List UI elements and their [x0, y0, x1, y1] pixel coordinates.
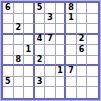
cell-r7c2-empty[interactable]: [14, 66, 25, 77]
cell-r5c9-empty[interactable]: [87, 45, 98, 56]
cell-r1c8-empty[interactable]: [77, 3, 88, 14]
cell-r9c6-empty[interactable]: [56, 87, 67, 98]
cell-r9c1-empty[interactable]: [3, 87, 14, 98]
cell-r2c7-given: 1: [66, 14, 77, 25]
cell-r8c5-empty[interactable]: [45, 77, 56, 88]
cell-r3c2-given: 2: [14, 24, 25, 35]
cell-r9c7-empty[interactable]: [66, 87, 77, 98]
cell-r3c4-empty[interactable]: [35, 24, 46, 35]
cell-r2c3-empty[interactable]: [24, 14, 35, 25]
cell-r3c5-empty[interactable]: [45, 24, 56, 35]
sudoku-board: 65831247216821753: [0, 0, 101, 101]
cell-r6c4-given: 2: [35, 56, 46, 67]
cell-r3c7-empty[interactable]: [66, 24, 77, 35]
cell-r4c9-empty[interactable]: [87, 35, 98, 46]
cell-r3c3-empty[interactable]: [24, 24, 35, 35]
cell-r5c6-empty[interactable]: [56, 45, 67, 56]
cell-r2c1-empty[interactable]: [3, 14, 14, 25]
cell-r6c5-empty[interactable]: [45, 56, 56, 67]
cell-r5c3-given: 1: [24, 45, 35, 56]
cell-r8c4-given: 3: [35, 77, 46, 88]
cell-r7c8-empty[interactable]: [77, 66, 88, 77]
cell-r5c8-given: 6: [77, 45, 88, 56]
cell-r8c1-given: 5: [3, 77, 14, 88]
cell-r2c8-empty[interactable]: [77, 14, 88, 25]
cell-r2c6-empty[interactable]: [56, 14, 67, 25]
cell-r4c8-given: 2: [77, 35, 88, 46]
cell-r6c1-empty[interactable]: [3, 56, 14, 67]
cell-r6c7-empty[interactable]: [66, 56, 77, 67]
cell-r7c6-given: 1: [56, 66, 67, 77]
cell-r9c3-empty[interactable]: [24, 87, 35, 98]
cell-r8c8-empty[interactable]: [77, 77, 88, 88]
cell-r6c9-empty[interactable]: [87, 56, 98, 67]
cell-r9c5-empty[interactable]: [45, 87, 56, 98]
cell-r4c3-empty[interactable]: [24, 35, 35, 46]
cell-r9c9-empty[interactable]: [87, 87, 98, 98]
cell-r8c7-empty[interactable]: [66, 77, 77, 88]
cell-r1c2-empty[interactable]: [14, 3, 25, 14]
cell-r1c1-given: 6: [3, 3, 14, 14]
cell-r1c7-given: 8: [66, 3, 77, 14]
cell-r4c7-empty[interactable]: [66, 35, 77, 46]
cell-r2c5-given: 3: [45, 14, 56, 25]
cell-r6c2-given: 8: [14, 56, 25, 67]
cell-r2c9-empty[interactable]: [87, 14, 98, 25]
cell-r8c9-empty[interactable]: [87, 77, 98, 88]
cell-r3c1-empty[interactable]: [3, 24, 14, 35]
cell-r7c3-empty[interactable]: [24, 66, 35, 77]
cell-r5c1-empty[interactable]: [3, 45, 14, 56]
cell-r8c3-empty[interactable]: [24, 77, 35, 88]
cell-r6c3-empty[interactable]: [24, 56, 35, 67]
cell-r4c1-empty[interactable]: [3, 35, 14, 46]
cell-r4c2-empty[interactable]: [14, 35, 25, 46]
cell-r5c5-empty[interactable]: [45, 45, 56, 56]
cell-r1c4-given: 5: [35, 3, 46, 14]
cell-r1c9-empty[interactable]: [87, 3, 98, 14]
cell-r4c5-given: 7: [45, 35, 56, 46]
cell-r7c7-given: 7: [66, 66, 77, 77]
cell-r9c2-empty[interactable]: [14, 87, 25, 98]
cell-r7c5-empty[interactable]: [45, 66, 56, 77]
cell-r2c4-empty[interactable]: [35, 14, 46, 25]
cell-r8c2-empty[interactable]: [14, 77, 25, 88]
cell-r6c8-empty[interactable]: [77, 56, 88, 67]
cell-r8c6-empty[interactable]: [56, 77, 67, 88]
cell-r9c4-empty[interactable]: [35, 87, 46, 98]
cell-r5c7-empty[interactable]: [66, 45, 77, 56]
cell-r7c9-empty[interactable]: [87, 66, 98, 77]
cell-r6c6-empty[interactable]: [56, 56, 67, 67]
cell-r9c8-empty[interactable]: [77, 87, 88, 98]
cell-r7c1-empty[interactable]: [3, 66, 14, 77]
cell-r3c6-empty[interactable]: [56, 24, 67, 35]
cell-r4c6-empty[interactable]: [56, 35, 67, 46]
cell-r3c9-empty[interactable]: [87, 24, 98, 35]
cell-r1c5-empty[interactable]: [45, 3, 56, 14]
cell-r4c4-given: 4: [35, 35, 46, 46]
sudoku-grid: 65831247216821753: [3, 3, 98, 98]
board-frame: 65831247216821753: [1, 1, 100, 100]
cell-r3c8-empty[interactable]: [77, 24, 88, 35]
cell-r1c3-empty[interactable]: [24, 3, 35, 14]
cell-r7c4-empty[interactable]: [35, 66, 46, 77]
cell-r1c6-empty[interactable]: [56, 3, 67, 14]
